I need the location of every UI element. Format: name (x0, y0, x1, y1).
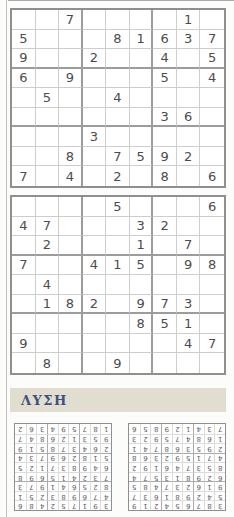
cell-r2c2: 7 (36, 217, 60, 237)
cell-r7c7: 7 (150, 443, 161, 453)
cell-r9c3: 7 (79, 424, 90, 434)
cell-r2c4 (83, 217, 107, 237)
cell-r4c1: 7 (12, 256, 36, 276)
cell-r8c6: 5 (130, 147, 154, 167)
cell-r1c4 (83, 10, 107, 30)
cell-r4c6: 5 (130, 256, 154, 276)
cell-r5c7 (153, 88, 177, 108)
cell-r8c4: 1 (68, 434, 79, 444)
cell-r5c1 (12, 275, 36, 295)
cell-r1c2: 8 (204, 500, 215, 510)
cell-r9c6 (130, 353, 154, 373)
cell-r7c1: 2 (100, 443, 111, 453)
cell-r2c4: 9 (68, 491, 79, 501)
cell-r9c7: 8 (153, 166, 177, 186)
cell-r9c1: 1 (100, 424, 111, 434)
cell-r1c9: 6 (15, 500, 26, 510)
cell-r8c7: 8 (36, 434, 47, 444)
cell-r5c9 (200, 88, 224, 108)
cell-r8c2: 5 (90, 434, 101, 444)
cell-r2c1: 4 (100, 491, 111, 501)
cell-r6c7: 3 (153, 108, 177, 128)
cell-r3c1: 9 (12, 49, 36, 69)
cell-r2c7: 6 (150, 491, 161, 501)
cell-r1c7 (153, 197, 177, 217)
cell-r6c5: 9 (172, 453, 183, 463)
cell-r1c6 (130, 197, 154, 217)
cell-r2c9: 7 (129, 491, 140, 501)
cell-r3c3: 6 (193, 481, 204, 491)
cell-r3c6: 7 (161, 481, 172, 491)
cell-r4c5: 1 (106, 256, 130, 276)
cell-r3c6 (130, 49, 154, 69)
cell-r7c1: 2 (214, 443, 225, 453)
cell-r3c2: 1 (204, 481, 215, 491)
cell-r8c9: 3 (129, 434, 140, 444)
cell-r4c3: 9 (193, 472, 204, 482)
cell-r5c3 (59, 275, 83, 295)
cell-r2c1: 5 (12, 30, 36, 50)
cell-r9c1 (12, 353, 36, 373)
cell-r1c1: 3 (214, 500, 225, 510)
cell-r1c8 (177, 197, 201, 217)
cell-r4c6: 5 (47, 472, 58, 482)
cell-r3c4 (83, 236, 107, 256)
cell-r2c8: 3 (177, 30, 201, 50)
cell-r5c6: 6 (161, 462, 172, 472)
cell-r2c5: 8 (58, 491, 69, 501)
cell-r5c5 (106, 275, 130, 295)
cell-r3c4: 2 (83, 49, 107, 69)
cell-r7c8: 1 (26, 443, 37, 453)
cell-r4c6: 3 (161, 472, 172, 482)
cell-r1c6: 4 (161, 500, 172, 510)
cell-r7c6 (130, 127, 154, 147)
cell-r2c4 (83, 30, 107, 50)
cell-r9c7 (153, 353, 177, 373)
cell-r4c7: 6 (36, 472, 47, 482)
cell-r4c5: 1 (58, 472, 69, 482)
cell-r4c8 (177, 69, 201, 89)
cell-r7c5 (106, 314, 130, 334)
cell-r4c4: 4 (68, 472, 79, 482)
cell-r3c3 (59, 49, 83, 69)
cell-r1c3: 7 (193, 500, 204, 510)
cell-r4c5 (106, 69, 130, 89)
cell-r3c5 (106, 49, 130, 69)
cell-r6c4: 5 (182, 453, 193, 463)
cell-r4c3 (59, 256, 83, 276)
cell-r6c4 (83, 108, 107, 128)
cell-r7c9: 9 (15, 443, 26, 453)
cell-r8c9: 7 (200, 334, 224, 354)
cell-r5c6: 7 (47, 462, 58, 472)
cell-r6c5 (106, 295, 130, 315)
cell-r2c7: 6 (153, 30, 177, 50)
cell-r3c7: 9 (36, 481, 47, 491)
cell-r1c2: 9 (90, 500, 101, 510)
cell-r2c8: 5 (26, 491, 37, 501)
cell-r9c9 (200, 353, 224, 373)
cell-r3c8: 7 (26, 481, 37, 491)
cell-r4c2: 3 (90, 472, 101, 482)
cell-r9c8: 6 (26, 424, 37, 434)
cell-r7c5 (106, 127, 130, 147)
cell-r6c1: 4 (214, 453, 225, 463)
cell-r4c4: 4 (83, 256, 107, 276)
cell-r9c7: 3 (36, 424, 47, 434)
cell-r5c9 (200, 275, 224, 295)
cell-r7c3: 4 (79, 443, 90, 453)
cell-r5c1: 8 (214, 462, 225, 472)
cell-r3c6: 1 (130, 236, 154, 256)
cell-r7c7: 5 (153, 314, 177, 334)
cell-r8c5: 7 (172, 434, 183, 444)
cell-r6c7: 7 (36, 453, 47, 463)
cell-r7c4: 3 (182, 443, 193, 453)
sudoku-puzzle-top: 7158163792456954543638759274286 (10, 8, 226, 188)
sudoku-page: 7158163792456954543638759274286 56473221… (0, 0, 234, 517)
cell-r3c2: 2 (36, 236, 60, 256)
cell-r1c7: 2 (150, 500, 161, 510)
cell-r9c1: 7 (12, 166, 36, 186)
cell-r6c6: 2 (161, 453, 172, 463)
cell-r8c5: 7 (106, 147, 130, 167)
cell-r7c1 (12, 314, 36, 334)
cell-r6c3: 8 (59, 295, 83, 315)
cell-r7c7: 5 (36, 443, 47, 453)
cell-r1c9 (200, 10, 224, 30)
cell-r9c2 (36, 166, 60, 186)
cell-r3c9: 5 (129, 481, 140, 491)
cell-r1c8: 1 (140, 500, 151, 510)
cell-r1c4: 6 (182, 500, 193, 510)
cell-r5c3 (59, 88, 83, 108)
cell-r9c2: 3 (204, 424, 215, 434)
cell-r3c9: 3 (15, 481, 26, 491)
cell-r1c7: 4 (36, 500, 47, 510)
cell-r6c9 (200, 295, 224, 315)
cell-r3c4: 6 (68, 481, 79, 491)
cell-r3c5 (106, 236, 130, 256)
cell-r5c3: 9 (79, 462, 90, 472)
cell-r2c9 (200, 217, 224, 237)
cell-r5c2: 5 (36, 88, 60, 108)
cell-r9c5: 2 (172, 424, 183, 434)
cell-r8c4: 4 (182, 434, 193, 444)
cell-r3c1 (12, 236, 36, 256)
cell-r6c5: 6 (58, 453, 69, 463)
cell-r8c6 (130, 334, 154, 354)
cell-r3c8: 7 (177, 236, 201, 256)
cell-r6c8: 6 (177, 108, 201, 128)
cell-r2c8 (177, 217, 201, 237)
cell-r3c8: 8 (140, 481, 151, 491)
cell-r9c5: 9 (106, 353, 130, 373)
cell-r4c4: 8 (182, 472, 193, 482)
cell-r8c3: 3 (79, 434, 90, 444)
cell-r4c9: 4 (200, 69, 224, 89)
cell-r2c3: 2 (193, 491, 204, 501)
cell-r4c2 (36, 256, 60, 276)
cell-r3c5: 4 (58, 481, 69, 491)
cell-r6c2: 1 (90, 453, 101, 463)
cell-r9c3 (59, 353, 83, 373)
cell-r7c6: 8 (161, 443, 172, 453)
cell-r4c2: 2 (204, 472, 215, 482)
cell-r4c7: 5 (153, 69, 177, 89)
cell-r6c5 (106, 108, 130, 128)
cell-r7c3: 5 (193, 443, 204, 453)
cell-r5c4: 8 (68, 462, 79, 472)
cell-r5c7 (153, 275, 177, 295)
cell-r9c9: 2 (15, 424, 26, 434)
cell-r9c9: 6 (200, 166, 224, 186)
cell-r5c4 (83, 275, 107, 295)
cell-r1c2 (36, 197, 60, 217)
cell-r1c1: 3 (100, 500, 111, 510)
cell-r6c7: 3 (150, 453, 161, 463)
cell-r5c7: 1 (150, 462, 161, 472)
cell-r6c9 (200, 108, 224, 128)
cell-r7c9 (200, 127, 224, 147)
cell-r4c3: 2 (79, 472, 90, 482)
cell-r9c4: 1 (182, 424, 193, 434)
cell-r6c3 (59, 108, 83, 128)
solution-banner-label: ΛΥΣΗ (21, 393, 68, 408)
cell-r1c1 (12, 10, 36, 30)
cell-r2c9: 1 (15, 491, 26, 501)
cell-r8c3: 8 (59, 147, 83, 167)
cell-r7c8: 4 (140, 443, 151, 453)
cell-r7c2 (36, 314, 60, 334)
cell-r7c4: 3 (68, 443, 79, 453)
cell-r9c9: 6 (129, 424, 140, 434)
cell-r6c6: 9 (130, 295, 154, 315)
cell-r1c9: 6 (200, 197, 224, 217)
cell-r5c2: 4 (90, 462, 101, 472)
cell-r2c4: 9 (182, 491, 193, 501)
cell-r2c1: 5 (214, 491, 225, 501)
cell-r4c9: 4 (129, 472, 140, 482)
solution-banner: ΛΥΣΗ (10, 388, 226, 412)
cell-r8c3 (59, 334, 83, 354)
cell-r7c9 (200, 314, 224, 334)
cell-r7c1 (12, 127, 36, 147)
cell-r5c6 (130, 88, 154, 108)
cell-r1c9: 9 (129, 500, 140, 510)
cell-r4c1: 6 (12, 69, 36, 89)
cell-r1c6: 2 (47, 500, 58, 510)
cell-r1c5: 5 (172, 500, 183, 510)
cell-r8c7 (153, 334, 177, 354)
cell-r6c2: 1 (36, 295, 60, 315)
cell-r9c4 (83, 353, 107, 373)
cell-r6c3: 8 (79, 453, 90, 463)
cell-r8c1: 9 (100, 434, 111, 444)
cell-r7c3 (59, 127, 83, 147)
cell-r5c2: 5 (204, 462, 215, 472)
cell-r6c1: 5 (100, 453, 111, 463)
cell-r9c4: 5 (68, 424, 79, 434)
cell-r2c2 (36, 30, 60, 50)
cell-r1c3: 7 (59, 10, 83, 30)
cell-r2c8: 3 (140, 491, 151, 501)
cell-r7c6: 8 (130, 314, 154, 334)
cell-r9c8: 5 (140, 424, 151, 434)
cell-r4c5: 1 (172, 472, 183, 482)
cell-r7c7 (153, 127, 177, 147)
cell-r6c1 (12, 108, 36, 128)
cell-r7c5: 6 (172, 443, 183, 453)
cell-r8c4 (83, 334, 107, 354)
cell-r8c2 (36, 147, 60, 167)
cell-r8c6: 5 (161, 434, 172, 444)
cell-r7c3 (59, 314, 83, 334)
cell-r9c2: 8 (90, 424, 101, 434)
cell-r7c8 (177, 127, 201, 147)
cell-r8c1: 1 (214, 434, 225, 444)
cell-r9c6: 4 (47, 424, 58, 434)
cell-r8c8: 2 (140, 434, 151, 444)
cell-r2c3 (59, 30, 83, 50)
cell-r9c3: 4 (193, 424, 204, 434)
cell-r3c9 (200, 236, 224, 256)
cell-r6c4: 2 (83, 295, 107, 315)
cell-r5c5: 4 (172, 462, 183, 472)
cell-r3c2 (36, 49, 60, 69)
cell-r9c8 (177, 166, 201, 186)
cell-r2c7: 2 (36, 491, 47, 501)
cell-r5c1 (12, 88, 36, 108)
cell-r8c7: 9 (150, 434, 161, 444)
cell-r2c5: 8 (106, 30, 130, 50)
cell-r7c2 (36, 127, 60, 147)
cell-r3c1: 8 (100, 481, 111, 491)
cell-r6c7: 7 (153, 295, 177, 315)
cell-r7c4 (83, 314, 107, 334)
cell-r2c3: 6 (79, 491, 90, 501)
cell-r3c4: 2 (182, 481, 193, 491)
cell-r9c6: 9 (161, 424, 172, 434)
cell-r8c8: 2 (177, 147, 201, 167)
cell-r8c1: 9 (12, 334, 36, 354)
cell-r7c4: 3 (83, 127, 107, 147)
cell-r3c1: 9 (214, 481, 225, 491)
cell-r3c2: 2 (90, 481, 101, 491)
cell-r7c6: 8 (47, 443, 58, 453)
cell-r2c6: 1 (130, 30, 154, 50)
cell-r1c5: 5 (106, 197, 130, 217)
cell-r3c7: 4 (150, 481, 161, 491)
cell-r6c8: 6 (140, 453, 151, 463)
cell-r4c8: 9 (26, 472, 37, 482)
cell-r3c5: 3 (172, 481, 183, 491)
cell-r9c4 (83, 166, 107, 186)
cell-r9c8 (177, 353, 201, 373)
cell-r4c8: 9 (177, 256, 201, 276)
cell-r7c9: 1 (129, 443, 140, 453)
cell-r5c9: 2 (129, 462, 140, 472)
cell-r4c7 (153, 256, 177, 276)
cell-r2c5 (106, 217, 130, 237)
cell-r2c1: 4 (12, 217, 36, 237)
cell-r8c8: 4 (177, 334, 201, 354)
cell-r6c6: 9 (47, 453, 58, 463)
cell-r6c2 (36, 108, 60, 128)
cell-r5c5: 4 (106, 88, 130, 108)
cell-r9c5: 2 (106, 166, 130, 186)
cell-r1c2 (36, 10, 60, 30)
cell-r4c4 (83, 69, 107, 89)
cell-r1c6 (130, 10, 154, 30)
cell-r7c5: 7 (58, 443, 69, 453)
cell-r3c7: 4 (153, 49, 177, 69)
sudoku-puzzle-bottom: 564732217741598418297385194789 (10, 195, 226, 375)
cell-r3c8 (177, 49, 201, 69)
cell-r9c5: 9 (58, 424, 69, 434)
cell-r9c7: 8 (150, 424, 161, 434)
cell-r8c5 (106, 334, 130, 354)
cell-r5c9: 5 (15, 462, 26, 472)
cell-r5c7: 1 (36, 462, 47, 472)
cell-r5c5: 3 (58, 462, 69, 472)
cell-r2c7: 2 (153, 217, 177, 237)
cell-r6c3: 1 (193, 453, 204, 463)
cell-r9c1: 7 (214, 424, 225, 434)
cell-r4c8: 7 (140, 472, 151, 482)
cell-r4c3: 9 (59, 69, 83, 89)
cell-r2c2: 7 (90, 491, 101, 501)
cell-r1c1 (12, 197, 36, 217)
cell-r6c8: 3 (26, 453, 37, 463)
cell-r5c2: 4 (36, 275, 60, 295)
cell-r2c3 (59, 217, 83, 237)
cell-r5c8 (177, 88, 201, 108)
page-edge-left-line (6, 0, 7, 517)
cell-r8c7: 9 (153, 147, 177, 167)
cell-r4c9: 8 (200, 256, 224, 276)
cell-r6c4: 2 (68, 453, 79, 463)
cell-r8c2 (36, 334, 60, 354)
cell-r6c9: 4 (15, 453, 26, 463)
cell-r4c2 (36, 69, 60, 89)
cell-r8c5: 2 (58, 434, 69, 444)
cell-r6c8: 3 (177, 295, 201, 315)
cell-r4c1: 7 (100, 472, 111, 482)
cell-r9c2: 8 (36, 353, 60, 373)
cell-r5c8 (177, 275, 201, 295)
cell-r5c1: 6 (100, 462, 111, 472)
cell-r9c3: 4 (59, 166, 83, 186)
cell-r1c3: 1 (79, 500, 90, 510)
cell-r2c6: 1 (161, 491, 172, 501)
solution-grid-left: 3917524864769832518256419737324156986498… (14, 423, 112, 511)
cell-r3c9: 5 (200, 49, 224, 69)
cell-r6c1 (12, 295, 36, 315)
cell-r8c3: 8 (193, 434, 204, 444)
cell-r2c6: 3 (47, 491, 58, 501)
cell-r1c8: 8 (26, 500, 37, 510)
cell-r3c3: 5 (79, 481, 90, 491)
cell-r3c7 (153, 236, 177, 256)
cell-r8c1 (12, 147, 36, 167)
cell-r1c8: 1 (177, 10, 201, 30)
cell-r9c6 (130, 166, 154, 186)
cell-r2c6: 3 (130, 217, 154, 237)
cell-r8c8: 4 (26, 434, 37, 444)
cell-r7c2: 9 (204, 443, 215, 453)
